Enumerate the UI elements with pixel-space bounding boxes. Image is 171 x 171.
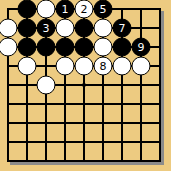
white-stone[interactable] [37, 76, 56, 95]
intersection[interactable] [151, 38, 170, 57]
intersection[interactable] [18, 95, 37, 114]
intersection[interactable] [37, 57, 56, 76]
intersection[interactable] [94, 152, 113, 171]
intersection[interactable] [113, 57, 132, 76]
intersection[interactable] [132, 57, 151, 76]
intersection[interactable] [37, 95, 56, 114]
intersection[interactable] [0, 133, 18, 152]
black-stone[interactable]: 5 [94, 0, 113, 19]
intersection[interactable] [0, 95, 18, 114]
white-stone[interactable] [18, 57, 37, 76]
intersection[interactable] [18, 133, 37, 152]
white-stone[interactable] [56, 57, 75, 76]
intersection[interactable] [0, 57, 18, 76]
intersection[interactable] [151, 19, 170, 38]
black-stone[interactable] [56, 38, 75, 57]
intersection[interactable] [56, 76, 75, 95]
intersection[interactable] [94, 133, 113, 152]
intersection[interactable] [132, 114, 151, 133]
intersection[interactable] [75, 76, 94, 95]
intersection[interactable] [0, 38, 18, 57]
intersection[interactable] [56, 133, 75, 152]
intersection[interactable] [113, 76, 132, 95]
black-stone[interactable]: 1 [56, 0, 75, 19]
white-stone[interactable] [56, 19, 75, 38]
black-stone[interactable] [37, 38, 56, 57]
intersection[interactable] [132, 133, 151, 152]
black-stone[interactable]: 9 [132, 38, 151, 57]
intersection[interactable] [37, 114, 56, 133]
intersection[interactable] [151, 57, 170, 76]
intersection[interactable]: 8 [94, 57, 113, 76]
intersection[interactable] [75, 95, 94, 114]
intersection[interactable]: 7 [113, 19, 132, 38]
intersection[interactable]: 3 [37, 19, 56, 38]
intersection[interactable] [132, 95, 151, 114]
intersection[interactable] [37, 38, 56, 57]
intersection[interactable] [94, 95, 113, 114]
intersection[interactable] [151, 152, 170, 171]
intersection[interactable] [132, 0, 151, 19]
white-stone[interactable] [37, 0, 56, 19]
intersection[interactable] [94, 38, 113, 57]
intersection[interactable] [37, 133, 56, 152]
go-board[interactable]: 1253798 [0, 0, 170, 171]
intersection[interactable] [18, 57, 37, 76]
intersection[interactable]: 2 [75, 0, 94, 19]
intersection[interactable] [75, 57, 94, 76]
intersection[interactable] [37, 152, 56, 171]
black-stone[interactable] [75, 38, 94, 57]
black-stone[interactable] [113, 38, 132, 57]
intersection[interactable] [113, 114, 132, 133]
intersection[interactable] [18, 0, 37, 19]
intersection[interactable] [0, 114, 18, 133]
white-stone[interactable] [75, 57, 94, 76]
intersection[interactable] [18, 114, 37, 133]
intersection[interactable] [37, 0, 56, 19]
black-stone[interactable] [18, 38, 37, 57]
intersection[interactable] [132, 76, 151, 95]
intersection[interactable] [0, 76, 18, 95]
white-stone[interactable] [94, 19, 113, 38]
intersection[interactable] [75, 133, 94, 152]
intersection[interactable] [56, 152, 75, 171]
white-stone[interactable] [0, 19, 18, 38]
intersection[interactable] [56, 114, 75, 133]
intersection[interactable] [56, 95, 75, 114]
intersection[interactable] [132, 19, 151, 38]
intersection[interactable] [113, 133, 132, 152]
black-stone[interactable] [18, 0, 37, 19]
intersection[interactable] [75, 114, 94, 133]
intersection[interactable] [75, 19, 94, 38]
intersection[interactable] [94, 19, 113, 38]
intersection[interactable] [151, 133, 170, 152]
intersection[interactable] [94, 76, 113, 95]
intersection[interactable] [56, 57, 75, 76]
intersection[interactable] [18, 38, 37, 57]
intersection[interactable]: 9 [132, 38, 151, 57]
go-diagram: 1253798 [0, 0, 171, 171]
white-stone[interactable] [0, 38, 18, 57]
intersection[interactable] [0, 19, 18, 38]
white-stone[interactable] [113, 57, 132, 76]
intersection[interactable] [113, 0, 132, 19]
intersection[interactable] [18, 152, 37, 171]
intersection[interactable] [151, 0, 170, 19]
white-stone[interactable] [132, 57, 151, 76]
intersection[interactable] [0, 0, 18, 19]
intersection[interactable] [113, 95, 132, 114]
intersection[interactable] [75, 38, 94, 57]
black-stone[interactable]: 7 [113, 19, 132, 38]
intersection[interactable] [75, 152, 94, 171]
intersection[interactable] [151, 114, 170, 133]
white-stone[interactable]: 8 [94, 57, 113, 76]
white-stone[interactable] [94, 38, 113, 57]
black-stone[interactable]: 3 [37, 19, 56, 38]
black-stone[interactable] [18, 19, 37, 38]
intersection[interactable]: 5 [94, 0, 113, 19]
intersection[interactable] [0, 152, 18, 171]
intersection[interactable] [151, 95, 170, 114]
intersection[interactable] [94, 114, 113, 133]
black-stone[interactable] [75, 19, 94, 38]
intersection[interactable]: 1 [56, 0, 75, 19]
intersection[interactable] [56, 38, 75, 57]
intersection[interactable] [113, 152, 132, 171]
intersection[interactable] [18, 19, 37, 38]
intersection[interactable] [37, 76, 56, 95]
intersection[interactable] [132, 152, 151, 171]
intersection[interactable] [151, 76, 170, 95]
white-stone[interactable]: 2 [75, 0, 94, 19]
intersection[interactable] [113, 38, 132, 57]
intersection[interactable] [18, 76, 37, 95]
intersection[interactable] [56, 19, 75, 38]
